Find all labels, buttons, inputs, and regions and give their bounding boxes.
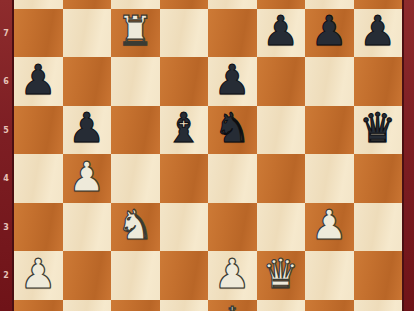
board-grid: ♜♚♜♟♟♟♟♟♟♝♞♛♟♞♟♟♟♛♚ <box>14 0 402 311</box>
piece-white-pawn-g3: ♟ <box>311 205 348 246</box>
square-b6[interactable] <box>63 57 112 106</box>
square-g3[interactable]: ♟ <box>305 203 354 252</box>
piece-white-pawn-a2: ♟ <box>20 254 57 295</box>
square-b1[interactable] <box>63 300 112 311</box>
piece-white-pawn-b4: ♟ <box>68 157 105 198</box>
square-h4[interactable] <box>354 154 403 203</box>
square-d1[interactable] <box>160 300 209 311</box>
square-h2[interactable] <box>354 251 403 300</box>
square-g5[interactable] <box>305 106 354 155</box>
square-c3[interactable]: ♞ <box>111 203 160 252</box>
piece-white-pawn-e2: ♟ <box>214 254 251 295</box>
square-b3[interactable] <box>63 203 112 252</box>
square-b5[interactable]: ♟ <box>63 106 112 155</box>
board-right-border <box>402 0 414 311</box>
square-e3[interactable] <box>208 203 257 252</box>
rank-labels: 765432 <box>0 0 14 311</box>
square-c2[interactable] <box>111 251 160 300</box>
square-b7[interactable] <box>63 9 112 58</box>
square-h6[interactable] <box>354 57 403 106</box>
square-e2[interactable]: ♟ <box>208 251 257 300</box>
piece-black-king-g8: ♚ <box>311 0 348 4</box>
square-e7[interactable] <box>208 9 257 58</box>
piece-black-knight-e5: ♞ <box>214 108 251 149</box>
square-f7[interactable]: ♟ <box>257 9 306 58</box>
rank-label-3: 3 <box>0 222 12 231</box>
square-c4[interactable] <box>111 154 160 203</box>
piece-white-knight-c3: ♞ <box>117 205 154 246</box>
square-f5[interactable] <box>257 106 306 155</box>
square-c1[interactable] <box>111 300 160 311</box>
square-f6[interactable] <box>257 57 306 106</box>
square-b8[interactable] <box>63 0 112 9</box>
piece-black-bishop-d5: ♝ <box>165 108 202 149</box>
piece-white-queen-f2: ♛ <box>262 254 299 295</box>
square-e1[interactable]: ♚ <box>208 300 257 311</box>
square-a1[interactable] <box>14 300 63 311</box>
square-f3[interactable] <box>257 203 306 252</box>
square-h7[interactable]: ♟ <box>354 9 403 58</box>
square-c6[interactable] <box>111 57 160 106</box>
piece-white-rook-c7: ♜ <box>117 11 154 52</box>
piece-white-king-e1: ♚ <box>214 302 251 311</box>
piece-black-queen-h5: ♛ <box>359 108 396 149</box>
rank-label-6: 6 <box>0 77 12 86</box>
square-h5[interactable]: ♛ <box>354 106 403 155</box>
square-d5[interactable]: ♝ <box>160 106 209 155</box>
square-a7[interactable] <box>14 9 63 58</box>
piece-black-pawn-b5: ♟ <box>68 108 105 149</box>
rank-label-7: 7 <box>0 28 12 37</box>
square-d6[interactable] <box>160 57 209 106</box>
square-f2[interactable]: ♛ <box>257 251 306 300</box>
square-e4[interactable] <box>208 154 257 203</box>
square-a5[interactable] <box>14 106 63 155</box>
square-c7[interactable]: ♜ <box>111 9 160 58</box>
rank-label-4: 4 <box>0 174 12 183</box>
square-a6[interactable]: ♟ <box>14 57 63 106</box>
square-d7[interactable] <box>160 9 209 58</box>
rank-label-5: 5 <box>0 125 12 134</box>
piece-black-pawn-h7: ♟ <box>359 11 396 52</box>
chess-board-photo: ♜♚♜♟♟♟♟♟♟♝♞♛♟♞♟♟♟♛♚ 765432 <box>0 0 414 311</box>
square-e8[interactable] <box>208 0 257 9</box>
square-a8[interactable] <box>14 0 63 9</box>
piece-black-rook-f8: ♜ <box>262 0 299 4</box>
square-h1[interactable] <box>354 300 403 311</box>
piece-black-pawn-a6: ♟ <box>20 60 57 101</box>
piece-black-pawn-g7: ♟ <box>311 11 348 52</box>
square-g4[interactable] <box>305 154 354 203</box>
square-f4[interactable] <box>257 154 306 203</box>
square-b4[interactable]: ♟ <box>63 154 112 203</box>
square-e5[interactable]: ♞ <box>208 106 257 155</box>
square-d3[interactable] <box>160 203 209 252</box>
square-g2[interactable] <box>305 251 354 300</box>
square-d2[interactable] <box>160 251 209 300</box>
piece-black-pawn-f7: ♟ <box>262 11 299 52</box>
square-c5[interactable] <box>111 106 160 155</box>
square-d8[interactable] <box>160 0 209 9</box>
square-b2[interactable] <box>63 251 112 300</box>
square-a4[interactable] <box>14 154 63 203</box>
square-h3[interactable] <box>354 203 403 252</box>
square-d4[interactable] <box>160 154 209 203</box>
square-a2[interactable]: ♟ <box>14 251 63 300</box>
square-g6[interactable] <box>305 57 354 106</box>
rank-label-2: 2 <box>0 271 12 280</box>
square-g7[interactable]: ♟ <box>305 9 354 58</box>
piece-black-pawn-e6: ♟ <box>214 60 251 101</box>
square-a3[interactable] <box>14 203 63 252</box>
square-f1[interactable] <box>257 300 306 311</box>
square-g1[interactable] <box>305 300 354 311</box>
square-e6[interactable]: ♟ <box>208 57 257 106</box>
